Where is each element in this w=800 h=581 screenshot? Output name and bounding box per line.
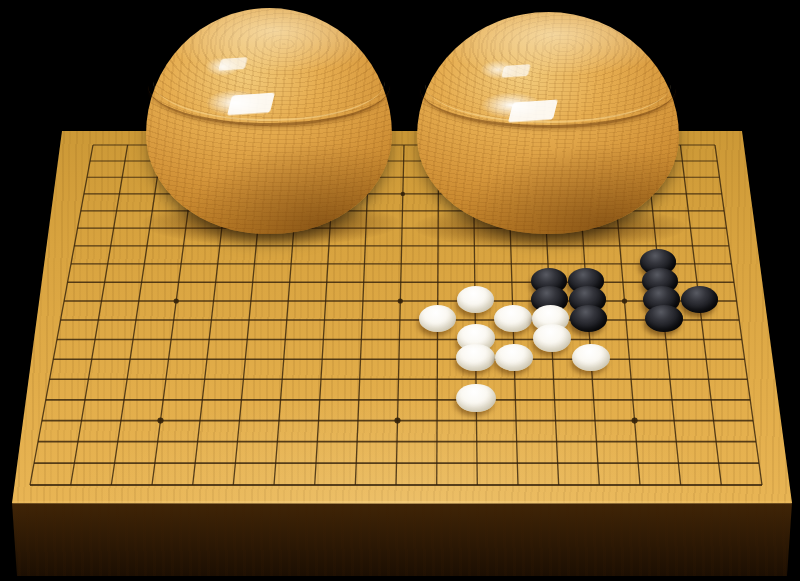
black-stone xyxy=(645,305,683,332)
white-stone xyxy=(533,324,571,352)
black-stone xyxy=(681,286,718,313)
white-stone xyxy=(456,344,495,372)
white-stone xyxy=(494,305,532,332)
white-stone xyxy=(419,305,457,332)
window-reflection-highlight xyxy=(218,57,248,71)
window-reflection-highlight xyxy=(508,99,558,122)
white-stone xyxy=(457,286,494,313)
window-reflection-highlight xyxy=(227,92,275,115)
stones-layer xyxy=(0,0,800,581)
black-stone xyxy=(570,305,608,332)
white-stone xyxy=(572,344,611,372)
white-stone xyxy=(495,344,534,372)
white-stone xyxy=(456,384,496,413)
go-set-photo xyxy=(0,0,800,581)
